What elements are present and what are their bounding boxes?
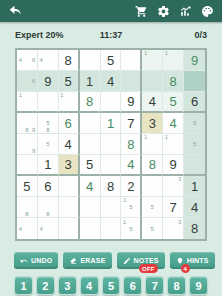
cell-notes: 15 (121, 197, 140, 217)
cell-r5c7[interactable]: 1 (142, 134, 163, 155)
cell-value: 1 (191, 180, 198, 193)
theme-button[interactable] (201, 5, 214, 18)
cell-r8c4[interactable] (80, 197, 101, 218)
cell-r5c3[interactable]: 4 (59, 134, 80, 155)
top-bar (0, 0, 222, 22)
cell-r7c1[interactable]: 5 (17, 176, 38, 197)
cell-notes: 5 (184, 134, 205, 154)
cell-value: 8 (127, 138, 134, 151)
notes-off-badge: OFF (139, 264, 158, 273)
cell-r6c1[interactable] (17, 155, 38, 176)
undo-icon (20, 257, 28, 265)
cell-r7c2[interactable]: 6 (38, 176, 59, 197)
hints-button[interactable]: HINTS 4 (170, 252, 215, 269)
cell-notes: 58 (38, 113, 58, 133)
cell-r2c4[interactable]: 1 (80, 71, 101, 92)
cell-notes: 1 (163, 50, 183, 70)
cell-value: 5 (86, 158, 93, 171)
action-buttons: UNDO ERASE NOTES OFF HINTS 4 (0, 252, 222, 269)
cell-r5c9[interactable]: 5 (184, 134, 205, 155)
cell-r1c1[interactable]: 46 (17, 50, 38, 71)
cell-r2c1[interactable]: 6 (17, 71, 38, 92)
cell-value: 1 (86, 75, 93, 88)
notes-button[interactable]: NOTES OFF (117, 252, 165, 269)
theme-palette-icon (201, 5, 214, 18)
cell-r7c8[interactable]: 3 (163, 176, 184, 197)
lightbulb-icon (176, 257, 184, 265)
cell-r9c3[interactable] (59, 218, 80, 239)
cell-r3c5[interactable] (101, 92, 122, 113)
cell-r8c8[interactable]: 7 (163, 197, 184, 218)
mistakes-counter: 0/3 (143, 30, 207, 40)
settings-gear-icon (157, 5, 170, 18)
cell-notes: 1 (59, 92, 78, 111)
numpad-key-4[interactable]: 4 (80, 276, 99, 295)
number-pad: 123456789 (0, 276, 222, 295)
cell-r8c3[interactable] (59, 197, 80, 218)
cell-r9c4[interactable] (80, 218, 101, 239)
cell-value: 8 (65, 54, 72, 67)
cell-r1c6[interactable] (121, 50, 142, 71)
cell-value: 9 (44, 75, 51, 88)
cell-r1c9[interactable]: 9 (184, 50, 205, 71)
sudoku-board: 4648511969514811894568958617345954811513… (15, 48, 207, 241)
difficulty-label: Expert 20% (15, 30, 79, 40)
cell-r1c2[interactable]: 4 (38, 50, 59, 71)
cell-value: 4 (107, 75, 114, 88)
hints-label: HINTS (187, 257, 209, 264)
cell-r4c8[interactable]: 4 (163, 113, 184, 134)
eraser-icon (69, 257, 77, 265)
cell-r6c2[interactable]: 1 (38, 155, 59, 176)
cell-value: 1 (107, 117, 114, 130)
cell-notes: 1 (17, 92, 37, 111)
cell-r4c4[interactable] (80, 113, 101, 134)
cell-value: 8 (149, 158, 156, 171)
cell-r7c7[interactable] (142, 176, 163, 197)
cell-notes: 1 (163, 134, 183, 154)
cell-r9c6[interactable]: 15 (121, 218, 142, 239)
pencil-icon (123, 257, 131, 265)
cell-value: 1 (44, 158, 51, 171)
cell-notes: 8 (17, 197, 37, 217)
numpad-key-7[interactable]: 7 (145, 276, 164, 295)
notes-label: NOTES (134, 257, 159, 264)
cell-r8c2[interactable]: 8 (38, 197, 59, 218)
cell-r4c1[interactable]: 89 (17, 113, 38, 134)
statistics-chart-icon (179, 5, 192, 18)
cell-value: 9 (191, 54, 198, 67)
cell-value: 8 (191, 222, 198, 235)
cell-r8c7[interactable]: 5 (142, 197, 163, 218)
cell-r6c9[interactable] (184, 155, 205, 176)
cell-r6c8[interactable]: 9 (163, 155, 184, 176)
cell-r9c9[interactable]: 8 (184, 218, 205, 239)
sudoku-app: Expert 20% 11:37 0/3 4648511969514811894… (0, 0, 222, 296)
cell-value: 4 (86, 180, 93, 193)
cell-r6c6[interactable]: 4 (121, 155, 142, 176)
cell-value: 8 (170, 75, 177, 88)
settings-button[interactable] (157, 5, 170, 18)
cell-notes: 5 (184, 113, 205, 133)
numpad-key-6[interactable]: 6 (123, 276, 142, 295)
cell-r7c4[interactable]: 4 (80, 176, 101, 197)
cell-r5c4[interactable] (80, 134, 101, 155)
erase-button[interactable]: ERASE (63, 252, 111, 269)
cell-r3c6[interactable]: 9 (121, 92, 142, 113)
undo-button[interactable]: UNDO (14, 252, 58, 269)
cell-r3c2[interactable] (38, 92, 59, 113)
cell-r4c2[interactable]: 58 (38, 113, 59, 134)
cell-value: 6 (191, 95, 198, 108)
cell-notes: 3 (163, 218, 183, 239)
cell-r4c3[interactable]: 6 (59, 113, 80, 134)
cell-r3c1[interactable]: 1 (17, 92, 38, 113)
cell-r4c7[interactable]: 3 (142, 113, 163, 134)
cell-r8c1[interactable]: 8 (17, 197, 38, 218)
cell-r1c7[interactable]: 1 (142, 50, 163, 71)
shopping-cart-icon (135, 5, 148, 18)
cell-value: 6 (65, 117, 72, 130)
cell-value: 2 (127, 180, 134, 193)
back-arrow-icon (8, 4, 22, 18)
cell-notes: 6 (17, 71, 37, 91)
undo-label: UNDO (31, 257, 52, 264)
hints-count-badge: 4 (181, 264, 190, 273)
cell-value: 9 (127, 95, 134, 108)
cell-r1c8[interactable]: 1 (163, 50, 184, 71)
cell-notes: 5 (142, 218, 162, 239)
cell-r1c4[interactable] (80, 50, 101, 71)
cell-r1c5[interactable]: 5 (101, 50, 122, 71)
cell-r7c3[interactable] (59, 176, 80, 197)
cell-value: 9 (170, 158, 177, 171)
cell-r5c6[interactable]: 8 (121, 134, 142, 155)
cell-r9c5[interactable] (101, 218, 122, 239)
cell-value: 5 (107, 54, 114, 67)
cell-value: 5 (23, 180, 30, 193)
cell-r9c2[interactable]: 4 (38, 218, 59, 239)
cell-value: 7 (127, 117, 134, 130)
cell-notes: 1 (142, 50, 162, 70)
cell-r4c9[interactable]: 5 (184, 113, 205, 134)
shop-button[interactable] (135, 5, 148, 18)
cell-r7c5[interactable]: 8 (101, 176, 122, 197)
cell-r8c6[interactable]: 15 (121, 197, 142, 218)
cell-r2c3[interactable]: 5 (59, 71, 80, 92)
cell-r7c6[interactable]: 2 (121, 176, 142, 197)
cell-value: 4 (191, 201, 198, 214)
cell-notes: 5 (142, 197, 162, 217)
statistics-button[interactable] (179, 5, 192, 18)
cell-r9c1[interactable]: 4 (17, 218, 38, 239)
cell-r5c1[interactable]: 9 (17, 134, 38, 155)
cell-r1c3[interactable]: 8 (59, 50, 80, 71)
cell-r2c5[interactable]: 4 (101, 71, 122, 92)
cell-r2c2[interactable]: 9 (38, 71, 59, 92)
cell-notes: 9 (17, 134, 37, 154)
cell-r5c8[interactable]: 1 (163, 134, 184, 155)
cell-r6c4[interactable]: 5 (80, 155, 101, 176)
cell-r6c3[interactable]: 3 (59, 155, 80, 176)
cell-r7c9[interactable]: 1 (184, 176, 205, 197)
cell-value: 4 (149, 95, 156, 108)
cell-r5c5[interactable] (101, 134, 122, 155)
back-button[interactable] (8, 4, 22, 18)
cell-value: 4 (127, 158, 134, 171)
cell-r8c9[interactable]: 4 (184, 197, 205, 218)
cell-r9c8[interactable]: 3 (163, 218, 184, 239)
cell-r4c5[interactable]: 1 (101, 113, 122, 134)
cell-r3c7[interactable]: 4 (142, 92, 163, 113)
cell-value: 5 (170, 95, 177, 108)
cell-notes: 1 (142, 134, 162, 154)
cell-notes: 4 (38, 218, 58, 239)
cell-r2c8[interactable]: 8 (163, 71, 184, 92)
cell-r3c9[interactable]: 6 (184, 92, 205, 113)
cell-value: 6 (44, 180, 51, 193)
cell-r6c7[interactable]: 8 (142, 155, 163, 176)
cell-value: 3 (149, 117, 156, 130)
timer: 11:37 (79, 30, 143, 40)
cell-r6c5[interactable] (101, 155, 122, 176)
cell-value: 4 (170, 117, 177, 130)
numpad-key-9[interactable]: 9 (189, 276, 208, 295)
numpad-key-1[interactable]: 1 (14, 276, 33, 295)
cell-r9c7[interactable]: 5 (142, 218, 163, 239)
cell-r4c6[interactable]: 7 (121, 113, 142, 134)
cell-value: 8 (107, 180, 114, 193)
numpad-key-5[interactable]: 5 (102, 276, 121, 295)
cell-r8c5[interactable] (101, 197, 122, 218)
cell-notes: 4 (38, 50, 58, 70)
cell-notes: 8 (38, 197, 58, 217)
cell-value: 3 (65, 158, 72, 171)
cell-value: 7 (170, 201, 177, 214)
cell-r3c3[interactable]: 1 (59, 92, 80, 113)
cell-r2c9[interactable] (184, 71, 205, 92)
cell-notes: 15 (121, 218, 140, 239)
cell-notes: 46 (17, 50, 37, 70)
cell-notes: 4 (17, 218, 37, 239)
cell-value: 8 (86, 95, 93, 108)
erase-label: ERASE (80, 257, 105, 264)
cell-value: 5 (65, 75, 72, 88)
cell-r2c6[interactable] (121, 71, 142, 92)
cell-r3c4[interactable]: 8 (80, 92, 101, 113)
cell-notes: 5 (38, 134, 58, 154)
cell-notes: 3 (163, 176, 183, 196)
cell-r3c8[interactable]: 5 (163, 92, 184, 113)
numpad-key-8[interactable]: 8 (167, 276, 186, 295)
numpad-key-3[interactable]: 3 (58, 276, 77, 295)
cell-value: 4 (65, 138, 72, 151)
numpad-key-2[interactable]: 2 (36, 276, 55, 295)
cell-notes: 89 (17, 113, 37, 133)
status-bar: Expert 20% 11:37 0/3 (0, 22, 222, 47)
cell-r2c7[interactable] (142, 71, 163, 92)
cell-r5c2[interactable]: 5 (38, 134, 59, 155)
